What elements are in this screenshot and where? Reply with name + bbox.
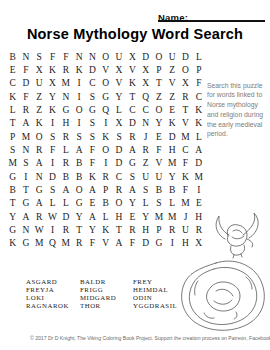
grid-cell-r13c2[interactable]: A [19, 210, 32, 223]
grid-cell-r15c13[interactable]: I [166, 237, 179, 250]
grid-cell-r4c10[interactable]: T [126, 90, 139, 103]
grid-cell-r15c12[interactable]: G [152, 237, 165, 250]
grid-cell-r3c14[interactable]: X [179, 77, 192, 90]
grid-cell-r6c9[interactable]: X [112, 117, 125, 130]
grid-cell-r2c7[interactable]: D [86, 63, 99, 76]
grid-cell-r2c5[interactable]: R [59, 63, 72, 76]
instructions-text: Search this puzzle for words linked to N… [207, 81, 268, 139]
grid-cell-r15c8[interactable]: V [99, 237, 112, 250]
grid-cell-r1c15[interactable]: L [192, 50, 205, 63]
grid-cell-r4c13[interactable]: Z [166, 90, 179, 103]
grid-cell-r13c7[interactable]: A [86, 210, 99, 223]
word-search-grid: BNSFFNNOUXDOUDLEFXKRKDVXVXPZOPCDUXMICOVK… [6, 50, 205, 250]
grid-cell-r15c9[interactable]: A [112, 237, 125, 250]
grid-cell-r5c8[interactable]: Q [99, 103, 112, 116]
grid-cell-r7c11[interactable]: J [139, 130, 152, 143]
grid-cell-r8c15[interactable]: A [192, 143, 205, 156]
grid-cell-r15c10[interactable]: F [126, 237, 139, 250]
grid-cell-r9c4[interactable]: I [46, 157, 59, 170]
word-item-asgard[interactable]: ASGARD [26, 278, 69, 286]
grid-cell-r14c3[interactable]: W [33, 223, 46, 236]
grid-cell-r5c9[interactable]: L [112, 103, 125, 116]
grid-cell-r2c4[interactable]: K [46, 63, 59, 76]
grid-cell-r12c8[interactable]: B [99, 197, 112, 210]
grid-cell-r4c7[interactable]: S [86, 90, 99, 103]
grid-cell-r1c2[interactable]: N [19, 50, 32, 63]
grid-cell-r9c10[interactable]: G [126, 157, 139, 170]
grid-cell-r6c12[interactable]: Y [152, 117, 165, 130]
grid-cell-r5c7[interactable]: G [86, 103, 99, 116]
grid-cell-r2c10[interactable]: V [126, 63, 139, 76]
grid-cell-r1c7[interactable]: N [86, 50, 99, 63]
grid-cell-r14c12[interactable]: P [152, 223, 165, 236]
grid-cell-r5c12[interactable]: O [152, 103, 165, 116]
grid-cell-r13c13[interactable]: M [166, 210, 179, 223]
grid-cell-r3c6[interactable]: I [72, 77, 85, 90]
word-list-column-2: BALDRFRIGGMIDGARDTHOR [80, 278, 116, 310]
grid-cell-r7c8[interactable]: K [99, 130, 112, 143]
grid-cell-r13c11[interactable]: Y [139, 210, 152, 223]
grid-cell-r3c10[interactable]: K [126, 77, 139, 90]
grid-cell-r14c11[interactable]: H [139, 223, 152, 236]
grid-cell-r11c10[interactable]: A [126, 183, 139, 196]
grid-cell-r11c9[interactable]: R [112, 183, 125, 196]
grid-cell-r8c12[interactable]: F [152, 143, 165, 156]
grid-cell-r6c13[interactable]: K [166, 117, 179, 130]
grid-cell-r1c13[interactable]: U [166, 50, 179, 63]
grid-cell-r2c3[interactable]: X [33, 63, 46, 76]
grid-cell-r7c9[interactable]: S [112, 130, 125, 143]
grid-cell-r11c12[interactable]: B [152, 183, 165, 196]
grid-cell-r12c9[interactable]: O [112, 197, 125, 210]
grid-cell-r12c2[interactable]: G [19, 197, 32, 210]
grid-cell-r1c9[interactable]: U [112, 50, 125, 63]
name-label: Name: [158, 12, 188, 23]
grid-cell-r6c14[interactable]: V [179, 117, 192, 130]
word-list-column-3: FREYHEIMDALODINYGGDRASIL [133, 278, 177, 310]
grid-cell-r2c12[interactable]: P [152, 63, 165, 76]
grid-cell-r6c6[interactable]: I [72, 117, 85, 130]
grid-cell-r12c13[interactable]: L [166, 197, 179, 210]
grid-cell-r14c6[interactable]: T [72, 223, 85, 236]
grid-cell-r9c5[interactable]: R [59, 157, 72, 170]
grid-cell-r11c8[interactable]: P [99, 183, 112, 196]
grid-cell-r10c10[interactable]: S [126, 170, 139, 183]
grid-cell-r4c14[interactable]: R [179, 90, 192, 103]
word-item-frigg[interactable]: FRIGG [80, 286, 116, 294]
grid-cell-r4c15[interactable]: C [192, 90, 205, 103]
grid-cell-r10c3[interactable]: N [33, 170, 46, 183]
grid-cell-r5c1[interactable]: L [6, 103, 19, 116]
grid-cell-r5c11[interactable]: C [139, 103, 152, 116]
grid-cell-r15c2[interactable]: G [19, 237, 32, 250]
grid-cell-r8c14[interactable]: C [179, 143, 192, 156]
grid-cell-r4c6[interactable]: I [72, 90, 85, 103]
grid-cell-r12c12[interactable]: S [152, 197, 165, 210]
word-item-frey[interactable]: FREY [133, 278, 177, 286]
viking-coloring-doodle-icon [176, 257, 268, 333]
grid-cell-r10c12[interactable]: U [152, 170, 165, 183]
word-item-thor[interactable]: THOR [80, 302, 116, 310]
grid-cell-r7c7[interactable]: S [86, 130, 99, 143]
grid-cell-r3c8[interactable]: O [99, 77, 112, 90]
grid-cell-r8c3[interactable]: R [33, 143, 46, 156]
grid-cell-r13c3[interactable]: R [33, 210, 46, 223]
grid-cell-r9c9[interactable]: D [112, 157, 125, 170]
grid-cell-r9c7[interactable]: F [86, 157, 99, 170]
grid-cell-r8c2[interactable]: N [19, 143, 32, 156]
grid-cell-r4c5[interactable]: N [59, 90, 72, 103]
grid-cell-r14c9[interactable]: T [112, 223, 125, 236]
grid-cell-r13c10[interactable]: E [126, 210, 139, 223]
grid-cell-r1c3[interactable]: S [33, 50, 46, 63]
word-item-loki[interactable]: LOKI [26, 294, 69, 302]
grid-cell-r3c15[interactable]: F [192, 77, 205, 90]
grid-cell-r15c3[interactable]: M [33, 237, 46, 250]
grid-cell-r2c13[interactable]: Z [166, 63, 179, 76]
grid-cell-r12c6[interactable]: G [72, 197, 85, 210]
grid-cell-r11c14[interactable]: F [179, 183, 192, 196]
grid-cell-r8c6[interactable]: A [72, 143, 85, 156]
grid-cell-r8c10[interactable]: A [126, 143, 139, 156]
grid-cell-r7c12[interactable]: E [152, 130, 165, 143]
grid-cell-r1c6[interactable]: N [72, 50, 85, 63]
grid-cell-r11c4[interactable]: S [46, 183, 59, 196]
grid-cell-r1c1[interactable]: B [6, 50, 19, 63]
grid-cell-r14c8[interactable]: K [99, 223, 112, 236]
grid-cell-r1c12[interactable]: O [152, 50, 165, 63]
grid-cell-r10c8[interactable]: R [99, 170, 112, 183]
worksheet-page: Name: Norse Mythology Word Search BNSFFN… [0, 0, 270, 350]
grid-cell-r5c6[interactable]: O [72, 103, 85, 116]
page-title: Norse Mythology Word Search [0, 26, 270, 42]
grid-cell-r7c15[interactable]: L [192, 130, 205, 143]
grid-cell-r13c1[interactable]: Y [6, 210, 19, 223]
grid-cell-r10c1[interactable]: G [6, 170, 19, 183]
grid-cell-r9c1[interactable]: M [6, 157, 19, 170]
grid-cell-r7c5[interactable]: R [59, 130, 72, 143]
grid-cell-r15c1[interactable]: K [6, 237, 19, 250]
grid-cell-r5c14[interactable]: T [179, 103, 192, 116]
word-item-odin[interactable]: ODIN [133, 294, 177, 302]
grid-cell-r15c4[interactable]: Q [46, 237, 59, 250]
grid-cell-r1c4[interactable]: F [46, 50, 59, 63]
grid-cell-r10c2[interactable]: I [19, 170, 32, 183]
grid-cell-r8c1[interactable]: S [6, 143, 19, 156]
grid-cell-r6c10[interactable]: D [126, 117, 139, 130]
grid-cell-r13c5[interactable]: D [59, 210, 72, 223]
grid-cell-r6c3[interactable]: K [33, 117, 46, 130]
grid-cell-r13c12[interactable]: M [152, 210, 165, 223]
grid-cell-r9c14[interactable]: F [179, 157, 192, 170]
grid-cell-r2c11[interactable]: X [139, 63, 152, 76]
grid-cell-r13c14[interactable]: J [179, 210, 192, 223]
grid-cell-r15c14[interactable]: H [179, 237, 192, 250]
footer-credit: © 2017 Dr D Knight, The Viking Coloring … [30, 335, 270, 341]
grid-cell-r4c3[interactable]: Z [33, 90, 46, 103]
grid-cell-r12c14[interactable]: M [179, 197, 192, 210]
grid-cell-r5c2[interactable]: R [19, 103, 32, 116]
grid-cell-r7c13[interactable]: D [166, 130, 179, 143]
grid-cell-r10c7[interactable]: K [86, 170, 99, 183]
grid-cell-r13c6[interactable]: Y [72, 210, 85, 223]
grid-cell-r6c1[interactable]: T [6, 117, 19, 130]
word-list-column-1: ASGARDFREYJALOKIRAGNAROK [26, 278, 69, 310]
grid-cell-r5c4[interactable]: K [46, 103, 59, 116]
grid-cell-r11c3[interactable]: G [33, 183, 46, 196]
grid-cell-r1c8[interactable]: O [99, 50, 112, 63]
grid-cell-r3c12[interactable]: T [152, 77, 165, 90]
grid-cell-r9c2[interactable]: S [19, 157, 32, 170]
grid-cell-r2c9[interactable]: X [112, 63, 125, 76]
grid-cell-r4c9[interactable]: Y [112, 90, 125, 103]
word-item-yggdrasil[interactable]: YGGDRASIL [133, 302, 177, 310]
grid-cell-r7c2[interactable]: M [19, 130, 32, 143]
grid-cell-r8c5[interactable]: L [59, 143, 72, 156]
grid-cell-r3c13[interactable]: V [166, 77, 179, 90]
grid-cell-r14c4[interactable]: I [46, 223, 59, 236]
grid-cell-r11c5[interactable]: A [59, 183, 72, 196]
grid-cell-r7c14[interactable]: M [179, 130, 192, 143]
word-item-freyja[interactable]: FREYJA [26, 286, 69, 294]
grid-cell-r12c1[interactable]: T [6, 197, 19, 210]
grid-cell-r5c3[interactable]: Z [33, 103, 46, 116]
grid-cell-r2c8[interactable]: V [99, 63, 112, 76]
grid-cell-r3c2[interactable]: D [19, 77, 32, 90]
grid-cell-r12c3[interactable]: A [33, 197, 46, 210]
grid-cell-r2c2[interactable]: F [19, 63, 32, 76]
grid-cell-r15c11[interactable]: D [139, 237, 152, 250]
grid-cell-r10c4[interactable]: D [46, 170, 59, 183]
grid-cell-r15c7[interactable]: F [86, 237, 99, 250]
grid-cell-r5c10[interactable]: C [126, 103, 139, 116]
grid-cell-r4c1[interactable]: K [6, 90, 19, 103]
grid-cell-r10c9[interactable]: C [112, 170, 125, 183]
grid-cell-r9c13[interactable]: M [166, 157, 179, 170]
grid-cell-r6c5[interactable]: H [59, 117, 72, 130]
grid-cell-r10c14[interactable]: K [179, 170, 192, 183]
grid-cell-r8c4[interactable]: F [46, 143, 59, 156]
grid-cell-r14c2[interactable]: N [19, 223, 32, 236]
grid-cell-r14c5[interactable]: R [59, 223, 72, 236]
grid-cell-r7c10[interactable]: R [126, 130, 139, 143]
grid-cell-r11c6[interactable]: O [72, 183, 85, 196]
grid-cell-r2c6[interactable]: K [72, 63, 85, 76]
grid-cell-r8c7[interactable]: F [86, 143, 99, 156]
grid-cell-r3c7[interactable]: C [86, 77, 99, 90]
grid-cell-r7c6[interactable]: S [72, 130, 85, 143]
grid-cell-r9c11[interactable]: Z [139, 157, 152, 170]
grid-cell-r3c1[interactable]: C [6, 77, 19, 90]
grid-cell-r3c9[interactable]: V [112, 77, 125, 90]
grid-cell-r10c13[interactable]: Y [166, 170, 179, 183]
grid-cell-r10c5[interactable]: B [59, 170, 72, 183]
grid-cell-r13c8[interactable]: L [99, 210, 112, 223]
grid-cell-r8c11[interactable]: R [139, 143, 152, 156]
grid-cell-r4c8[interactable]: G [99, 90, 112, 103]
grid-cell-r1c5[interactable]: F [59, 50, 72, 63]
grid-cell-r8c13[interactable]: H [166, 143, 179, 156]
grid-cell-r12c11[interactable]: L [139, 197, 152, 210]
grid-cell-r5c13[interactable]: E [166, 103, 179, 116]
name-field[interactable]: Name: [158, 7, 265, 22]
grid-cell-r11c15[interactable]: I [192, 183, 205, 196]
grid-cell-r9c12[interactable]: V [152, 157, 165, 170]
grid-cell-r3c5[interactable]: M [59, 77, 72, 90]
grid-cell-r12c10[interactable]: Y [126, 197, 139, 210]
grid-cell-r7c3[interactable]: O [33, 130, 46, 143]
grid-cell-r1c14[interactable]: D [179, 50, 192, 63]
grid-cell-r4c12[interactable]: Z [152, 90, 165, 103]
grid-cell-r2c15[interactable]: P [192, 63, 205, 76]
grid-cell-r4c4[interactable]: Y [46, 90, 59, 103]
grid-cell-r7c4[interactable]: S [46, 130, 59, 143]
grid-cell-r15c5[interactable]: M [59, 237, 72, 250]
grid-cell-r1c11[interactable]: D [139, 50, 152, 63]
grid-cell-r10c11[interactable]: U [139, 170, 152, 183]
grid-cell-r4c2[interactable]: F [19, 90, 32, 103]
grid-cell-r15c6[interactable]: R [72, 237, 85, 250]
grid-cell-r14c14[interactable]: U [179, 223, 192, 236]
word-item-heimdal[interactable]: HEIMDAL [133, 286, 177, 294]
grid-cell-r10c15[interactable]: M [192, 170, 205, 183]
word-item-baldr[interactable]: BALDR [80, 278, 116, 286]
grid-cell-r6c2[interactable]: A [19, 117, 32, 130]
grid-cell-r5c5[interactable]: G [59, 103, 72, 116]
grid-cell-r5c15[interactable]: K [192, 103, 205, 116]
word-item-ragnarok[interactable]: RAGNAROK [26, 302, 69, 310]
grid-cell-r1c10[interactable]: X [126, 50, 139, 63]
grid-cell-r11c1[interactable]: B [6, 183, 19, 196]
grid-cell-r9c3[interactable]: A [33, 157, 46, 170]
grid-cell-r8c9[interactable]: D [112, 143, 125, 156]
horned-creature-doodle-icon [203, 209, 267, 259]
grid-cell-r6c15[interactable]: K [192, 117, 205, 130]
grid-cell-r12c4[interactable]: L [46, 197, 59, 210]
grid-cell-r12c7[interactable]: E [86, 197, 99, 210]
grid-cell-r13c9[interactable]: H [112, 210, 125, 223]
grid-cell-r13c4[interactable]: W [46, 210, 59, 223]
grid-cell-r6c7[interactable]: S [86, 117, 99, 130]
grid-cell-r14c10[interactable]: R [126, 223, 139, 236]
grid-cell-r6c4[interactable]: I [46, 117, 59, 130]
grid-cell-r7c1[interactable]: P [6, 130, 19, 143]
grid-cell-r3c11[interactable]: X [139, 77, 152, 90]
grid-cell-r11c7[interactable]: A [86, 183, 99, 196]
grid-cell-r2c1[interactable]: E [6, 63, 19, 76]
grid-cell-r11c13[interactable]: B [166, 183, 179, 196]
grid-cell-r14c13[interactable]: R [166, 223, 179, 236]
grid-cell-r2c14[interactable]: O [179, 63, 192, 76]
grid-cell-r9c6[interactable]: B [72, 157, 85, 170]
grid-cell-r3c3[interactable]: U [33, 77, 46, 90]
grid-cell-r9c15[interactable]: D [192, 157, 205, 170]
word-item-midgard[interactable]: MIDGARD [80, 294, 116, 302]
grid-cell-r14c1[interactable]: G [6, 223, 19, 236]
grid-cell-r12c5[interactable]: L [59, 197, 72, 210]
grid-cell-r3c4[interactable]: X [46, 77, 59, 90]
grid-cell-r14c7[interactable]: Y [86, 223, 99, 236]
grid-cell-r4c11[interactable]: Q [139, 90, 152, 103]
grid-cell-r9c8[interactable]: I [99, 157, 112, 170]
grid-cell-r8c8[interactable]: O [99, 143, 112, 156]
grid-cell-r10c6[interactable]: B [72, 170, 85, 183]
grid-cell-r11c11[interactable]: S [139, 183, 152, 196]
grid-cell-r6c11[interactable]: N [139, 117, 152, 130]
grid-cell-r11c2[interactable]: T [19, 183, 32, 196]
grid-cell-r6c8[interactable]: I [99, 117, 112, 130]
